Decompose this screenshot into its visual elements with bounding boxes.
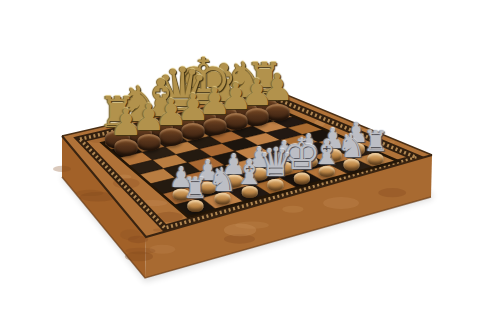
leather-mottle [282, 206, 303, 213]
silver-rook-glyph: ♜ [363, 128, 388, 156]
leather-mottle [76, 190, 103, 196]
piece-silver-rook-h1[interactable]: ♜ [363, 128, 388, 165]
piece-gold-pawn-a7[interactable]: ♟ [110, 105, 143, 156]
silver-knight-glyph: ♞ [208, 164, 237, 196]
leather-mottle [126, 248, 156, 255]
piece-wood-base [187, 200, 203, 212]
chess-set-scene: ♜♞♝♛♚♝♞♜♟♟♟♟♟♟♟♟♟♟♟♟♟♟♟♟♜♞♝♛♚♝♞♜ [0, 0, 480, 320]
piece-wood-base [241, 186, 257, 198]
piece-silver-knight-b1[interactable]: ♞ [208, 164, 237, 205]
piece-wood-base [343, 159, 359, 171]
leather-mottle [323, 197, 359, 209]
gold-pawn-glyph: ♟ [110, 105, 143, 142]
silver-rook-glyph: ♜ [182, 175, 207, 203]
piece-wood-base [115, 139, 138, 156]
piece-wood-base [368, 153, 384, 165]
piece-wood-base [319, 166, 335, 178]
piece-silver-rook-a1[interactable]: ♜ [182, 175, 207, 212]
piece-silver-bishop-c1[interactable]: ♝ [234, 155, 264, 198]
piece-wood-base [294, 172, 310, 184]
piece-wood-base [268, 179, 284, 191]
leather-mottle [378, 188, 406, 197]
leather-mottle [53, 166, 71, 172]
piece-wood-base [214, 193, 230, 205]
leather-mottle [224, 224, 256, 237]
silver-bishop-glyph: ♝ [234, 155, 264, 189]
